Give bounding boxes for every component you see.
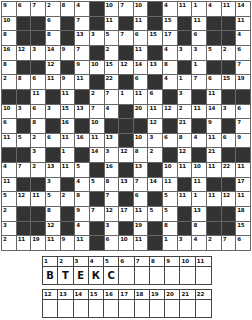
grid-cell[interactable]: 9 <box>207 119 222 134</box>
codeword-grid: 9672841071041114111410671111151111881335… <box>1 1 251 251</box>
grid-cell[interactable]: 12 <box>105 207 120 222</box>
grid-cell[interactable]: 11 <box>134 17 149 32</box>
grid-cell[interactable]: 5 <box>90 178 105 193</box>
clue-number: 5 <box>149 207 153 213</box>
grid-cell[interactable]: 5 <box>163 207 178 222</box>
clue-number: 17 <box>120 207 127 213</box>
grid-cell[interactable]: 11 <box>134 46 149 61</box>
black-cell <box>46 119 61 134</box>
key-cell-15[interactable]: 15 <box>89 290 104 317</box>
clue-number: 3 <box>149 134 153 140</box>
grid-cell[interactable]: 4 <box>192 236 207 251</box>
grid-cell[interactable]: 4 <box>105 105 120 120</box>
grid-cell[interactable]: 5 <box>207 46 222 61</box>
key-code-number: 21 <box>180 290 194 300</box>
clue-number: 8 <box>106 178 110 184</box>
key-cell-12[interactable]: 12 <box>43 290 58 317</box>
grid-cell[interactable]: 10 <box>105 2 120 17</box>
grid-cell[interactable]: 2 <box>31 163 46 178</box>
key-letter[interactable] <box>150 300 164 317</box>
grid-cell[interactable]: 12 <box>119 61 134 76</box>
key-letter[interactable] <box>74 300 88 317</box>
grid-cell[interactable]: 11 <box>134 236 149 251</box>
grid-cell[interactable]: 12 <box>46 61 61 76</box>
grid-cell[interactable]: 4 <box>75 2 90 17</box>
grid-cell[interactable]: 21 <box>178 119 193 134</box>
grid-cell[interactable]: 6 <box>236 46 251 61</box>
grid-cell[interactable]: 10 <box>163 163 178 178</box>
clue-number: 20 <box>135 105 142 111</box>
grid-cell[interactable]: 5 <box>17 134 32 149</box>
grid-cell[interactable]: 12 <box>119 148 134 163</box>
grid-cell[interactable]: 2 <box>222 46 237 61</box>
clue-number: 6 <box>18 2 22 8</box>
grid-cell[interactable]: 3 <box>192 46 207 61</box>
grid-cell[interactable]: 8 <box>75 192 90 207</box>
grid-cell[interactable]: 6 <box>31 105 46 120</box>
key-cell-4[interactable]: 4К <box>89 257 104 284</box>
grid-cell[interactable]: 4 <box>163 75 178 90</box>
key-cell-9[interactable]: 9 <box>165 257 180 284</box>
grid-cell[interactable]: 2 <box>31 134 46 149</box>
grid-cell[interactable]: 2 <box>46 2 61 17</box>
grid-cell[interactable]: 11 <box>31 192 46 207</box>
key-cell-13[interactable]: 13 <box>58 290 73 317</box>
grid-cell[interactable]: 13 <box>148 61 163 76</box>
clue-number: 4 <box>76 2 80 8</box>
key-cell-2[interactable]: 2Т <box>58 257 73 284</box>
grid-cell[interactable]: 14 <box>90 148 105 163</box>
grid-cell[interactable]: 11 <box>31 90 46 105</box>
grid-cell[interactable]: 5 <box>105 31 120 46</box>
grid-cell[interactable]: 15 <box>236 222 251 237</box>
grid-cell[interactable]: 11 <box>236 192 251 207</box>
grid-cell[interactable]: 7 <box>105 90 120 105</box>
black-cell <box>61 207 76 222</box>
grid-cell[interactable]: 4 <box>163 46 178 61</box>
clue-number: 9 <box>62 46 66 52</box>
grid-cell[interactable]: 6 <box>17 2 32 17</box>
codeword-puzzle-page: 9672841071041114111410671111151111881335… <box>0 0 252 320</box>
grid-cell[interactable]: 21 <box>207 148 222 163</box>
grid-cell[interactable]: 7 <box>119 31 134 46</box>
grid-cell[interactable]: 6 <box>236 105 251 120</box>
grid-cell[interactable]: 10 <box>119 236 134 251</box>
black-cell <box>178 207 193 222</box>
grid-cell[interactable]: 11 <box>75 75 90 90</box>
grid-cell[interactable]: 7 <box>75 46 90 61</box>
grid-cell[interactable]: 11 <box>207 90 222 105</box>
grid-cell[interactable]: 3 <box>31 148 46 163</box>
grid-cell[interactable]: 13 <box>134 163 149 178</box>
grid-cell[interactable]: 6 <box>163 134 178 149</box>
grid-cell[interactable]: 8 <box>163 222 178 237</box>
grid-cell[interactable]: 11 <box>178 163 193 178</box>
grid-cell[interactable]: 3 <box>46 178 61 193</box>
key-letter[interactable] <box>104 300 118 317</box>
grid-cell[interactable]: 12 <box>178 148 193 163</box>
key-code-number: 20 <box>165 290 179 300</box>
grid-cell[interactable]: 6 <box>148 90 163 105</box>
grid-cell[interactable]: 3 <box>105 148 120 163</box>
grid-cell[interactable]: 18 <box>236 207 251 222</box>
grid-cell[interactable]: 2 <box>178 105 193 120</box>
clue-number: 4 <box>164 75 168 81</box>
grid-cell[interactable]: 17 <box>163 31 178 46</box>
grid-cell[interactable]: 12 <box>46 222 61 237</box>
grid-cell[interactable]: 15 <box>148 31 163 46</box>
grid-cell[interactable]: 17 <box>236 178 251 193</box>
grid-cell[interactable]: 8 <box>61 2 76 17</box>
grid-cell[interactable]: 11 <box>134 90 149 105</box>
grid-cell[interactable]: 6 <box>2 119 17 134</box>
grid-cell[interactable]: 7 <box>17 163 32 178</box>
grid-cell[interactable]: 5 <box>163 192 178 207</box>
grid-cell[interactable]: 14 <box>236 2 251 17</box>
grid-cell[interactable]: 11 <box>207 163 222 178</box>
key-cell-11[interactable]: 11 <box>196 257 211 284</box>
grid-cell[interactable]: 22 <box>222 163 237 178</box>
grid-cell[interactable]: 13 <box>75 105 90 120</box>
key-cell-17[interactable]: 17 <box>119 290 134 317</box>
key-cell-19[interactable]: 19 <box>150 290 165 317</box>
grid-cell[interactable]: 11 <box>46 236 61 251</box>
grid-cell[interactable]: 9 <box>2 2 17 17</box>
key-cell-7[interactable]: 7 <box>135 257 150 284</box>
clue-number: 6 <box>32 75 36 81</box>
grid-cell[interactable]: 8 <box>163 61 178 76</box>
clue-number: 9 <box>76 207 80 213</box>
grid-cell[interactable]: 1 <box>119 90 134 105</box>
grid-cell[interactable]: 13 <box>46 163 61 178</box>
grid-cell[interactable]: 7 <box>222 236 237 251</box>
grid-cell[interactable]: 3 <box>2 222 17 237</box>
black-cell <box>119 134 134 149</box>
grid-cell[interactable]: 6 <box>134 75 149 90</box>
grid-cell[interactable]: 3 <box>46 105 61 120</box>
key-code-number: 17 <box>119 290 133 300</box>
black-cell <box>178 31 193 46</box>
black-cell <box>2 148 17 163</box>
key-cell-20[interactable]: 20 <box>165 290 180 317</box>
grid-cell[interactable]: 11 <box>222 2 237 17</box>
grid-cell[interactable]: 11 <box>192 178 207 193</box>
grid-cell[interactable]: 10 <box>90 119 105 134</box>
grid-cell[interactable]: 12 <box>148 119 163 134</box>
key-cell-14[interactable]: 14 <box>74 290 89 317</box>
grid-cell[interactable]: 13 <box>119 178 134 193</box>
clue-number: 4 <box>76 178 80 184</box>
grid-cell[interactable]: 8 <box>178 134 193 149</box>
grid-cell[interactable]: 8 <box>2 61 17 76</box>
grid-cell[interactable]: 8 <box>46 207 61 222</box>
clue-number: 3 <box>179 46 183 52</box>
grid-cell[interactable]: 9 <box>75 61 90 76</box>
key-letter[interactable] <box>119 267 133 284</box>
grid-cell[interactable]: 2 <box>105 46 120 61</box>
key-letter[interactable]: Е <box>74 267 88 284</box>
black-cell <box>119 17 134 32</box>
grid-cell[interactable]: 7 <box>236 61 251 76</box>
clue-number: 13 <box>149 61 156 67</box>
grid-cell[interactable]: 11 <box>192 105 207 120</box>
grid-cell[interactable]: 9 <box>61 75 76 90</box>
clue-number: 17 <box>237 178 244 184</box>
grid-cell[interactable]: 7 <box>31 2 46 17</box>
grid-cell[interactable]: 13 <box>105 134 120 149</box>
grid-cell[interactable]: 11 <box>134 207 149 222</box>
clue-number: 8 <box>164 61 168 67</box>
grid-cell[interactable]: 9 <box>236 134 251 149</box>
grid-cell[interactable]: 3 <box>178 46 193 61</box>
black-cell <box>119 75 134 90</box>
key-letter[interactable] <box>119 300 133 317</box>
grid-cell[interactable]: 15 <box>61 105 76 120</box>
grid-cell[interactable]: 4 <box>75 222 90 237</box>
grid-cell[interactable]: 7 <box>90 105 105 120</box>
grid-cell[interactable]: 2 <box>90 90 105 105</box>
key-cell-21[interactable]: 21 <box>180 290 195 317</box>
grid-cell[interactable]: 3 <box>222 105 237 120</box>
key-cell-5[interactable]: 5С <box>104 257 119 284</box>
grid-cell[interactable]: 6 <box>46 134 61 149</box>
grid-cell[interactable]: 19 <box>31 236 46 251</box>
grid-cell[interactable]: 1 <box>61 148 76 163</box>
key-letter[interactable] <box>196 300 211 317</box>
grid-cell[interactable]: 5 <box>148 207 163 222</box>
grid-cell[interactable]: 2 <box>61 192 76 207</box>
black-cell <box>236 90 251 105</box>
grid-cell[interactable]: 6 <box>207 75 222 90</box>
key-code-number: 18 <box>135 290 149 300</box>
key-letter[interactable] <box>165 267 179 284</box>
grid-cell[interactable]: 11 <box>61 163 76 178</box>
grid-cell[interactable]: 8 <box>46 31 61 46</box>
clue-number: 11 <box>3 178 10 184</box>
grid-cell[interactable]: 4 <box>236 31 251 46</box>
grid-cell[interactable]: 11 <box>2 134 17 149</box>
grid-cell[interactable]: 2 <box>207 236 222 251</box>
grid-cell[interactable]: 13 <box>75 31 90 46</box>
clue-number: 11 <box>193 17 200 23</box>
key-cell-18[interactable]: 18 <box>135 290 150 317</box>
key-letter[interactable]: Т <box>58 267 72 284</box>
grid-cell[interactable]: 15 <box>222 75 237 90</box>
grid-cell[interactable]: 12 <box>163 105 178 120</box>
grid-cell[interactable]: 8 <box>2 31 17 46</box>
grid-cell[interactable]: 1 <box>178 75 193 90</box>
grid-cell[interactable]: 3 <box>31 46 46 61</box>
grid-cell[interactable]: 5 <box>2 192 17 207</box>
key-letter[interactable] <box>58 300 72 317</box>
grid-cell[interactable]: 7 <box>105 192 120 207</box>
key-cell-3[interactable]: 3Е <box>74 257 89 284</box>
grid-cell[interactable]: 5 <box>46 192 61 207</box>
grid-cell[interactable]: 8 <box>192 222 207 237</box>
grid-cell[interactable]: 22 <box>105 75 120 90</box>
grid-cell[interactable]: 3 <box>148 134 163 149</box>
key-cell-16[interactable]: 16 <box>104 290 119 317</box>
grid-cell[interactable]: 8 <box>134 148 149 163</box>
grid-cell[interactable]: 14 <box>46 46 61 61</box>
grid-cell[interactable]: 7 <box>90 207 105 222</box>
clue-number: 3 <box>106 148 110 154</box>
clue-number: 11 <box>135 207 142 213</box>
grid-cell[interactable]: 1 <box>192 192 207 207</box>
grid-cell[interactable]: 12 <box>17 192 32 207</box>
key-letter[interactable] <box>150 267 164 284</box>
key-letter[interactable] <box>135 300 149 317</box>
grid-cell[interactable]: 8 <box>31 119 46 134</box>
grid-cell[interactable]: 19 <box>134 222 149 237</box>
grid-cell[interactable]: 11 <box>75 236 90 251</box>
grid-cell[interactable]: 11 <box>90 134 105 149</box>
black-cell <box>31 222 46 237</box>
grid-cell[interactable]: 16 <box>105 163 120 178</box>
grid-cell[interactable]: 10 <box>2 17 17 32</box>
grid-cell[interactable]: 11 <box>46 75 61 90</box>
grid-cell[interactable]: 3 <box>105 222 120 237</box>
grid-cell[interactable]: 7 <box>236 119 251 134</box>
grid-cell[interactable]: 11 <box>236 163 251 178</box>
grid-cell[interactable]: 11 <box>178 2 193 17</box>
grid-cell[interactable]: 8 <box>105 178 120 193</box>
grid-cell[interactable]: 4 <box>163 2 178 17</box>
grid-cell[interactable]: 15 <box>105 61 120 76</box>
grid-cell[interactable]: 12 <box>17 46 32 61</box>
grid-cell[interactable]: 7 <box>134 178 149 193</box>
grid-cell[interactable]: 4 <box>2 163 17 178</box>
clue-number: 3 <box>47 178 51 184</box>
grid-cell[interactable]: 3 <box>178 90 193 105</box>
grid-cell[interactable]: 6 <box>31 75 46 90</box>
clue-number: 3 <box>32 148 36 154</box>
key-cell-1[interactable]: 1В <box>43 257 58 284</box>
clue-number: 11 <box>237 192 244 198</box>
grid-cell[interactable]: 9 <box>75 207 90 222</box>
grid-cell[interactable]: 1 <box>163 236 178 251</box>
clue-number: 5 <box>3 192 7 198</box>
grid-cell[interactable]: 15 <box>163 17 178 32</box>
key-letter[interactable]: С <box>104 267 118 284</box>
clue-number: 7 <box>76 17 80 23</box>
clue-number: 2 <box>106 46 110 52</box>
grid-cell[interactable]: 17 <box>119 207 134 222</box>
key-letter[interactable]: В <box>43 267 57 284</box>
key-letter[interactable]: К <box>89 267 103 284</box>
key-cell-22[interactable]: 22 <box>196 290 211 317</box>
grid-cell[interactable]: 11 <box>17 236 32 251</box>
grid-cell[interactable]: 11 <box>61 134 76 149</box>
grid-cell[interactable]: 7 <box>119 2 134 17</box>
key-letter[interactable] <box>196 267 211 284</box>
grid-cell[interactable]: 5 <box>75 163 90 178</box>
grid-cell[interactable]: 11 <box>2 178 17 193</box>
grid-cell[interactable]: 6 <box>222 134 237 149</box>
clue-number: 6 <box>32 105 36 111</box>
grid-cell[interactable]: 10 <box>134 2 149 17</box>
key-letter[interactable] <box>135 267 149 284</box>
black-cell <box>222 148 237 163</box>
grid-cell[interactable]: 10 <box>134 134 149 149</box>
grid-cell[interactable]: 10 <box>2 105 17 120</box>
grid-cell[interactable]: 3 <box>17 105 32 120</box>
key-cell-8[interactable]: 8 <box>150 257 165 284</box>
grid-cell[interactable]: 11 <box>207 134 222 149</box>
clue-number: 15 <box>164 17 171 23</box>
black-cell <box>17 31 32 46</box>
grid-cell[interactable]: 4 <box>75 178 90 193</box>
grid-cell[interactable]: 16 <box>61 119 76 134</box>
grid-cell[interactable]: 1 <box>192 2 207 17</box>
key-cell-10[interactable]: 10 <box>180 257 195 284</box>
black-cell <box>46 90 61 105</box>
grid-cell[interactable]: 6 <box>192 31 207 46</box>
grid-cell[interactable]: 14 <box>134 61 149 76</box>
grid-cell[interactable]: 9 <box>61 236 76 251</box>
grid-cell[interactable]: 4 <box>207 2 222 17</box>
grid-cell[interactable]: 11 <box>236 17 251 32</box>
grid-cell[interactable]: 7 <box>75 17 90 32</box>
grid-cell[interactable]: 14 <box>148 178 163 193</box>
grid-cell[interactable]: 12 <box>222 192 237 207</box>
key-letter[interactable] <box>43 300 57 317</box>
grid-cell[interactable]: 7 <box>192 75 207 90</box>
grid-cell[interactable]: 3 <box>178 236 193 251</box>
grid-cell[interactable]: 10 <box>192 163 207 178</box>
grid-cell[interactable]: 9 <box>61 46 76 61</box>
key-letter[interactable] <box>165 300 179 317</box>
grid-cell[interactable]: 11 <box>192 17 207 32</box>
key-cell-6[interactable]: 6 <box>119 257 134 284</box>
grid-cell[interactable]: 1 <box>192 61 207 76</box>
clue-number: 2 <box>179 105 183 111</box>
grid-cell[interactable]: 6 <box>134 31 149 46</box>
grid-cell[interactable]: 2 <box>2 207 17 222</box>
grid-cell[interactable]: 11 <box>61 90 76 105</box>
grid-cell[interactable]: 10 <box>90 61 105 76</box>
grid-cell[interactable]: 2 <box>2 236 17 251</box>
black-cell <box>17 207 32 222</box>
grid-cell[interactable]: 6 <box>46 17 61 32</box>
grid-cell[interactable]: 4 <box>192 134 207 149</box>
grid-cell[interactable]: 11 <box>207 192 222 207</box>
grid-cell[interactable]: 11 <box>148 105 163 120</box>
grid-cell[interactable]: 13 <box>192 207 207 222</box>
grid-cell[interactable]: 19 <box>236 75 251 90</box>
black-cell <box>163 119 178 134</box>
key-letter[interactable] <box>180 267 194 284</box>
grid-cell[interactable]: 6 <box>236 236 251 251</box>
grid-cell[interactable]: 6 <box>134 192 149 207</box>
grid-cell[interactable]: 2 <box>148 148 163 163</box>
grid-cell[interactable]: 3 <box>90 31 105 46</box>
black-cell <box>207 178 222 193</box>
grid-cell[interactable]: 16 <box>2 46 17 61</box>
grid-cell[interactable]: 11 <box>163 178 178 193</box>
grid-cell[interactable]: 6 <box>105 236 120 251</box>
grid-cell[interactable]: 2 <box>2 75 17 90</box>
grid-cell[interactable]: 11 <box>105 17 120 32</box>
grid-cell[interactable]: 8 <box>17 75 32 90</box>
clue-number: 6 <box>149 90 153 96</box>
grid-cell[interactable]: 11 <box>178 192 193 207</box>
grid-cell[interactable]: 14 <box>207 105 222 120</box>
key-letter[interactable] <box>89 300 103 317</box>
grid-cell[interactable]: 20 <box>134 105 149 120</box>
grid-cell[interactable]: 16 <box>75 134 90 149</box>
key-letter[interactable] <box>180 300 194 317</box>
